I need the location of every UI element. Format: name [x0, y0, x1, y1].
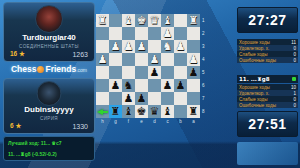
square-d2[interactable] — [148, 27, 161, 40]
black-pawn-icon: ♟ — [109, 79, 122, 92]
black-king-icon: ♚ — [135, 105, 148, 118]
square-f4[interactable] — [122, 53, 135, 66]
chess-board[interactable]: ♜♝♚♛♝♜♟♟♟♟♞♟♟♟♟♟♟♟♞♟♟♟♟♜♝♚♛♝♜ — [96, 14, 200, 118]
logo-text-chess: Chess — [11, 64, 37, 74]
square-d6[interactable] — [148, 79, 161, 92]
file-labels: hgfedcba — [96, 119, 200, 124]
file-label-a: a — [187, 119, 200, 124]
white-knight-icon: ♞ — [161, 40, 174, 53]
square-a4[interactable]: ♟ — [187, 53, 200, 66]
trophy-star-icon: 6 ★ — [10, 122, 21, 130]
logo-text-com: .com — [76, 67, 87, 73]
file-label-c: c — [161, 119, 174, 124]
square-a7[interactable] — [187, 92, 200, 105]
black-pawn-icon: ♟ — [148, 66, 161, 79]
square-d1[interactable]: ♛ — [148, 14, 161, 27]
white-pawn-icon: ♟ — [187, 53, 200, 66]
player-name[interactable]: Turdburglar40 — [4, 33, 94, 42]
square-e5[interactable] — [135, 66, 148, 79]
player-card-bottom: Dubinskyyyy СИРИЯ 6 ★ 1330 — [3, 78, 95, 134]
black-bishop-icon: ♝ — [122, 105, 135, 118]
rank-labels: 12345678 — [202, 14, 205, 118]
chessfriends-logo[interactable]: ChessFriends.com — [3, 64, 95, 74]
black-pawn-icon: ♟ — [161, 79, 174, 92]
square-d8[interactable]: ♛ — [148, 105, 161, 118]
last-move-row: 11. ...♜g8 — [237, 75, 298, 83]
square-c1[interactable]: ♝ — [161, 14, 174, 27]
square-g7[interactable] — [109, 92, 122, 105]
engine-hint-box: Лучший ход: 11... ♛c7 11. ...♜g8 (-0.52/… — [3, 136, 95, 161]
white-rook-icon: ♜ — [187, 14, 200, 27]
square-h6[interactable] — [96, 79, 109, 92]
square-e4[interactable] — [135, 53, 148, 66]
square-b5[interactable] — [174, 66, 187, 79]
black-rook-icon: ♜ — [109, 105, 122, 118]
square-h1[interactable]: ♜ — [96, 14, 109, 27]
stat-row: Ошибочные ходы 0 — [237, 102, 298, 108]
black-pawn-icon: ♟ — [122, 92, 135, 105]
square-b3[interactable]: ♟ — [174, 40, 187, 53]
square-f1[interactable]: ♝ — [122, 14, 135, 27]
black-pawn-icon: ♟ — [135, 92, 148, 105]
white-queen-icon: ♛ — [148, 14, 161, 27]
square-b1[interactable] — [174, 14, 187, 27]
player-country: СОЕДИНЕННЫЕ ШТАТЫ — [4, 44, 94, 49]
square-a3[interactable] — [187, 40, 200, 53]
white-pawn-icon: ♟ — [109, 40, 122, 53]
stat-row: Ошибочные ходы 0 — [237, 57, 298, 63]
white-pawn-icon: ♟ — [135, 40, 148, 53]
rank-label-1: 1 — [202, 14, 205, 27]
square-d3[interactable] — [148, 40, 161, 53]
square-g6[interactable]: ♟ — [109, 79, 122, 92]
square-d5[interactable]: ♟ — [148, 66, 161, 79]
square-f3[interactable]: ♟ — [122, 40, 135, 53]
square-g5[interactable] — [109, 66, 122, 79]
move-arrow-icon — [97, 109, 108, 115]
square-g8[interactable]: ♜ — [109, 105, 122, 118]
player-avatar[interactable] — [35, 5, 63, 33]
file-label-h: h — [96, 119, 109, 124]
logo-text-friends: Friends — [45, 64, 76, 74]
white-pawn-icon: ♟ — [161, 27, 174, 40]
good-move-indicator-icon — [292, 77, 296, 81]
square-h8[interactable] — [96, 105, 109, 118]
square-h2[interactable] — [96, 27, 109, 40]
square-c5[interactable] — [161, 66, 174, 79]
rank-label-4: 4 — [202, 53, 205, 66]
rank-label-8: 8 — [202, 105, 205, 118]
file-label-g: g — [109, 119, 122, 124]
square-c3[interactable]: ♞ — [161, 40, 174, 53]
white-king-icon: ♚ — [135, 14, 148, 27]
square-e1[interactable]: ♚ — [135, 14, 148, 27]
rank-label-2: 2 — [202, 27, 205, 40]
square-a6[interactable] — [187, 79, 200, 92]
white-pawn-icon: ♟ — [148, 53, 161, 66]
bottom-right-panel — [237, 142, 298, 165]
file-label-d: d — [148, 119, 161, 124]
rank-label-7: 7 — [202, 92, 205, 105]
square-g1[interactable] — [109, 14, 122, 27]
move-quality-stats-bottom: Хорошие ходы 10 Удовлетвор. х. 1 Слабые … — [237, 84, 298, 108]
black-rook-icon: ♜ — [187, 105, 200, 118]
orange-ball-icon — [37, 66, 44, 73]
square-c4[interactable] — [161, 53, 174, 66]
square-f8[interactable]: ♝ — [122, 105, 135, 118]
rank-label-5: 5 — [202, 66, 205, 79]
trophy-star-icon: 16 ★ — [10, 50, 25, 58]
square-a5[interactable]: ♟ — [187, 66, 200, 79]
square-f2[interactable] — [122, 27, 135, 40]
square-b2[interactable] — [174, 27, 187, 40]
square-b7[interactable] — [174, 92, 187, 105]
rank-label-3: 3 — [202, 40, 205, 53]
square-g2[interactable] — [109, 27, 122, 40]
square-g3[interactable]: ♟ — [109, 40, 122, 53]
rank-label-6: 6 — [202, 79, 205, 92]
black-pawn-icon: ♟ — [174, 79, 187, 92]
black-pawn-icon: ♟ — [187, 66, 200, 79]
square-d7[interactable] — [148, 92, 161, 105]
square-h7[interactable] — [96, 92, 109, 105]
square-h4[interactable]: ♟ — [96, 53, 109, 66]
best-move-hint: Лучший ход: 11... ♛c7 — [8, 140, 90, 146]
square-c2[interactable]: ♟ — [161, 27, 174, 40]
square-c7[interactable] — [161, 92, 174, 105]
player-card-top: Turdburglar40 СОЕДИНЕННЫЕ ШТАТЫ 16 ★ 126… — [3, 2, 95, 62]
white-pawn-icon: ♟ — [96, 53, 109, 66]
player-rating: 1330 — [72, 123, 88, 130]
white-bishop-icon: ♝ — [161, 14, 174, 27]
square-b8[interactable] — [174, 105, 187, 118]
player-name[interactable]: Dubinskyyyy — [4, 105, 94, 114]
square-f5[interactable] — [122, 66, 135, 79]
square-a1[interactable]: ♜ — [187, 14, 200, 27]
square-d4[interactable]: ♟ — [148, 53, 161, 66]
game-window: Turdburglar40 СОЕДИНЕННЫЕ ШТАТЫ 16 ★ 126… — [0, 0, 300, 168]
clock-bottom: 27:51 — [237, 111, 298, 137]
move-quality-stats-top: Хорошие ходы 11 Удовлетвор. х. 0 Слабые … — [237, 39, 298, 63]
file-label-f: f — [122, 119, 135, 124]
black-bishop-icon: ♝ — [161, 105, 174, 118]
white-rook-icon: ♜ — [96, 14, 109, 27]
square-h3[interactable] — [96, 40, 109, 53]
square-c8[interactable]: ♝ — [161, 105, 174, 118]
square-f7[interactable]: ♟ — [122, 92, 135, 105]
square-a2[interactable] — [187, 27, 200, 40]
square-e8[interactable]: ♚ — [135, 105, 148, 118]
square-e2[interactable] — [135, 27, 148, 40]
black-knight-icon: ♞ — [122, 79, 135, 92]
square-e6[interactable] — [135, 79, 148, 92]
white-pawn-icon: ♟ — [174, 40, 187, 53]
white-bishop-icon: ♝ — [122, 14, 135, 27]
clock-top: 27:27 — [237, 7, 298, 33]
played-move-eval: 11. ...♜g8 (-0.52/-0.2) — [8, 151, 90, 157]
file-label-b: b — [174, 119, 187, 124]
square-a8[interactable]: ♜ — [187, 105, 200, 118]
square-f6[interactable]: ♞ — [122, 79, 135, 92]
white-pawn-icon: ♟ — [122, 40, 135, 53]
black-queen-icon: ♛ — [148, 105, 161, 118]
square-e3[interactable]: ♟ — [135, 40, 148, 53]
square-h5[interactable] — [96, 66, 109, 79]
player-avatar[interactable] — [37, 81, 62, 106]
file-label-e: e — [135, 119, 148, 124]
square-e7[interactable]: ♟ — [135, 92, 148, 105]
player-rating: 1263 — [72, 51, 88, 58]
player-country: СИРИЯ — [4, 116, 94, 121]
square-g4[interactable] — [109, 53, 122, 66]
square-c6[interactable]: ♟ — [161, 79, 174, 92]
square-b6[interactable]: ♟ — [174, 79, 187, 92]
last-move-text: 11. ...♜g8 — [239, 76, 270, 82]
square-b4[interactable] — [174, 53, 187, 66]
